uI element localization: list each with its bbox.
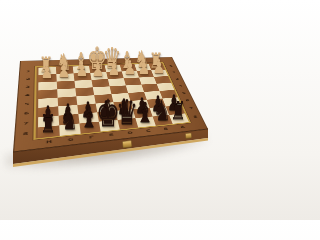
piece-black-queen-d8[interactable]: ♛ [116,95,138,129]
piece-white-pawn-a2[interactable]: ♟ [153,57,165,76]
piece-white-pawn-h2[interactable]: ♟ [40,62,52,81]
piece-black-rook-a8[interactable]: ♜ [170,98,186,123]
piece-white-pawn-d2[interactable]: ♟ [108,59,120,78]
piece-white-pawn-g2[interactable]: ♟ [58,61,70,80]
piece-black-bishop-c8[interactable]: ♝ [136,99,154,127]
chess-photo-scene: 1122334455667788HGFEDCBA ♜♞♝♚♛♝♞♜♟♟♟♟♟♟♟… [0,0,220,220]
piece-white-pawn-b2[interactable]: ♟ [138,58,150,77]
piece-black-knight-b8[interactable]: ♞ [153,97,171,125]
piece-white-pawn-c2[interactable]: ♟ [123,58,135,77]
piece-white-pawn-f2[interactable]: ♟ [75,61,87,80]
piece-black-rook-h8[interactable]: ♜ [40,111,56,136]
pieces-layer: ♜♞♝♚♛♝♞♜♟♟♟♟♟♟♟♟♟♟♟♟♟♟♟♟♜♞♝♚♛♝♞♜ [0,0,220,220]
piece-black-knight-g8[interactable]: ♞ [60,106,78,134]
piece-white-pawn-e2[interactable]: ♟ [92,60,104,79]
